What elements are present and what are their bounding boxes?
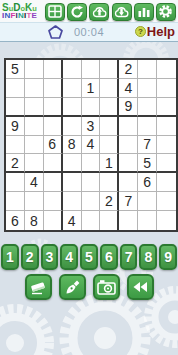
cell-r3c4[interactable] <box>63 98 82 117</box>
gear-icon <box>158 4 173 19</box>
cell-r7c3[interactable] <box>44 173 63 192</box>
cloud-download-button[interactable] <box>112 3 132 21</box>
cell-r4c2[interactable] <box>25 117 44 136</box>
cell-r7c1[interactable] <box>6 173 25 192</box>
cell-r1c7[interactable]: 2 <box>119 60 138 79</box>
cell-r8c6[interactable]: 2 <box>100 192 119 211</box>
cell-r1c9[interactable] <box>157 60 176 79</box>
cloud-download-icon <box>114 5 129 18</box>
cell-r9c6[interactable] <box>100 211 119 230</box>
cell-r9c9[interactable] <box>157 211 176 230</box>
cell-r6c1[interactable]: 2 <box>6 154 25 173</box>
cell-r2c5[interactable]: 1 <box>82 79 101 98</box>
cell-r9c5[interactable] <box>82 211 101 230</box>
cloud-upload-button[interactable] <box>89 3 109 21</box>
cell-r9c1[interactable]: 6 <box>6 211 25 230</box>
cell-r1c2[interactable] <box>25 60 44 79</box>
cell-r7c2[interactable]: 4 <box>25 173 44 192</box>
rewind-button[interactable] <box>127 274 154 300</box>
cell-r4c1[interactable]: 9 <box>6 117 25 136</box>
cell-r7c7[interactable] <box>119 173 138 192</box>
top-toolbar <box>45 3 176 21</box>
cell-r5c6[interactable] <box>100 136 119 155</box>
tool-row <box>0 274 178 300</box>
cell-r2c3[interactable] <box>44 79 63 98</box>
cell-r8c1[interactable] <box>6 192 25 211</box>
numpad-5[interactable]: 5 <box>80 244 98 270</box>
cell-r9c3[interactable] <box>44 211 63 230</box>
cell-r8c8[interactable] <box>138 192 157 211</box>
cell-r3c7[interactable]: 9 <box>119 98 138 117</box>
eraser-button[interactable] <box>25 274 52 300</box>
numpad-2[interactable]: 2 <box>21 244 39 270</box>
cell-r3c6[interactable] <box>100 98 119 117</box>
cell-r5c7[interactable] <box>119 136 138 155</box>
app-header: SuDoKu INFINITE <box>0 0 178 22</box>
cell-r2c2[interactable] <box>25 79 44 98</box>
cell-r2c6[interactable] <box>100 79 119 98</box>
cell-r6c8[interactable]: 5 <box>138 154 157 173</box>
cell-r3c1[interactable] <box>6 98 25 117</box>
cell-r8c3[interactable] <box>44 192 63 211</box>
cell-r2c4[interactable] <box>63 79 82 98</box>
cell-r2c1[interactable] <box>6 79 25 98</box>
cell-r6c6[interactable]: 1 <box>100 154 119 173</box>
sudoku-board: 521499368472154627684 <box>4 58 178 232</box>
cell-r6c9[interactable] <box>157 154 176 173</box>
settings-button[interactable] <box>156 3 176 21</box>
restart-icon <box>70 5 84 19</box>
eraser-icon <box>29 279 47 295</box>
help-label: Help <box>147 24 175 39</box>
help-button[interactable]: ? Help <box>135 24 175 39</box>
cell-r9c2[interactable]: 8 <box>25 211 44 230</box>
cell-r1c5[interactable] <box>82 60 101 79</box>
new-grid-button[interactable] <box>45 3 65 21</box>
cell-r7c5[interactable] <box>82 173 101 192</box>
numpad-4[interactable]: 4 <box>60 244 78 270</box>
cell-r6c7[interactable] <box>119 154 138 173</box>
cell-r4c6[interactable] <box>100 117 119 136</box>
pen-icon <box>64 279 81 296</box>
gear-decoration <box>0 300 58 355</box>
cell-r9c8[interactable] <box>138 211 157 230</box>
cell-r4c9[interactable] <box>157 117 176 136</box>
cell-r2c7[interactable]: 4 <box>119 79 138 98</box>
numpad-9[interactable]: 9 <box>159 244 177 270</box>
cell-r4c3[interactable] <box>44 117 63 136</box>
cell-r5c9[interactable] <box>157 136 176 155</box>
cell-r5c1[interactable] <box>6 136 25 155</box>
cell-r1c3[interactable] <box>44 60 63 79</box>
cell-r5c2[interactable] <box>25 136 44 155</box>
app-logo: SuDoKu INFINITE <box>2 3 42 20</box>
rewind-icon <box>132 281 148 293</box>
camera-button[interactable] <box>93 274 120 300</box>
cell-r6c3[interactable] <box>44 154 63 173</box>
cell-r7c4[interactable] <box>63 173 82 192</box>
cell-r1c8[interactable] <box>138 60 157 79</box>
cell-r8c5[interactable] <box>82 192 101 211</box>
cell-r6c5[interactable] <box>82 154 101 173</box>
cell-r2c9[interactable] <box>157 79 176 98</box>
cell-r3c2[interactable] <box>25 98 44 117</box>
status-bar: 00:04 ? Help <box>0 22 178 42</box>
cell-r7c9[interactable] <box>157 173 176 192</box>
statistics-icon <box>137 5 151 18</box>
logo-line2: INFINITE <box>2 12 42 20</box>
cell-r8c9[interactable] <box>157 192 176 211</box>
cell-r3c8[interactable] <box>138 98 157 117</box>
cell-r5c4[interactable]: 8 <box>63 136 82 155</box>
help-question-icon: ? <box>135 26 146 37</box>
cell-r8c7[interactable]: 7 <box>119 192 138 211</box>
numpad-7[interactable]: 7 <box>120 244 138 270</box>
cell-r5c8[interactable]: 7 <box>138 136 157 155</box>
cell-r9c4[interactable]: 4 <box>63 211 82 230</box>
cell-r8c4[interactable] <box>63 192 82 211</box>
cell-r6c4[interactable] <box>63 154 82 173</box>
cell-r1c1[interactable]: 5 <box>6 60 25 79</box>
number-pad: 123456789 <box>1 244 177 270</box>
cell-r7c8[interactable]: 6 <box>138 173 157 192</box>
cell-r8c2[interactable] <box>25 192 44 211</box>
cell-r6c2[interactable] <box>25 154 44 173</box>
cell-r4c7[interactable] <box>119 117 138 136</box>
cell-r7c6[interactable] <box>100 173 119 192</box>
cell-r1c4[interactable] <box>63 60 82 79</box>
cell-r9c7[interactable] <box>119 211 138 230</box>
cloud-upload-icon <box>92 5 107 18</box>
numpad-6[interactable]: 6 <box>100 244 118 270</box>
cell-r3c3[interactable] <box>44 98 63 117</box>
cell-r2c8[interactable] <box>138 79 157 98</box>
cell-r4c4[interactable] <box>63 117 82 136</box>
cell-r4c8[interactable] <box>138 117 157 136</box>
numpad-8[interactable]: 8 <box>139 244 157 270</box>
numpad-3[interactable]: 3 <box>41 244 59 270</box>
cell-r3c5[interactable] <box>82 98 101 117</box>
cell-r5c3[interactable]: 6 <box>44 136 63 155</box>
camera-icon <box>97 279 116 295</box>
numpad-1[interactable]: 1 <box>1 244 19 270</box>
restart-button[interactable] <box>67 3 87 21</box>
statistics-button[interactable] <box>134 3 154 21</box>
cell-r5c5[interactable]: 4 <box>82 136 101 155</box>
pen-button[interactable] <box>59 274 86 300</box>
cell-r4c5[interactable]: 3 <box>82 117 101 136</box>
new-grid-icon <box>48 5 62 18</box>
cell-r3c9[interactable] <box>157 98 176 117</box>
cell-r1c6[interactable] <box>100 60 119 79</box>
